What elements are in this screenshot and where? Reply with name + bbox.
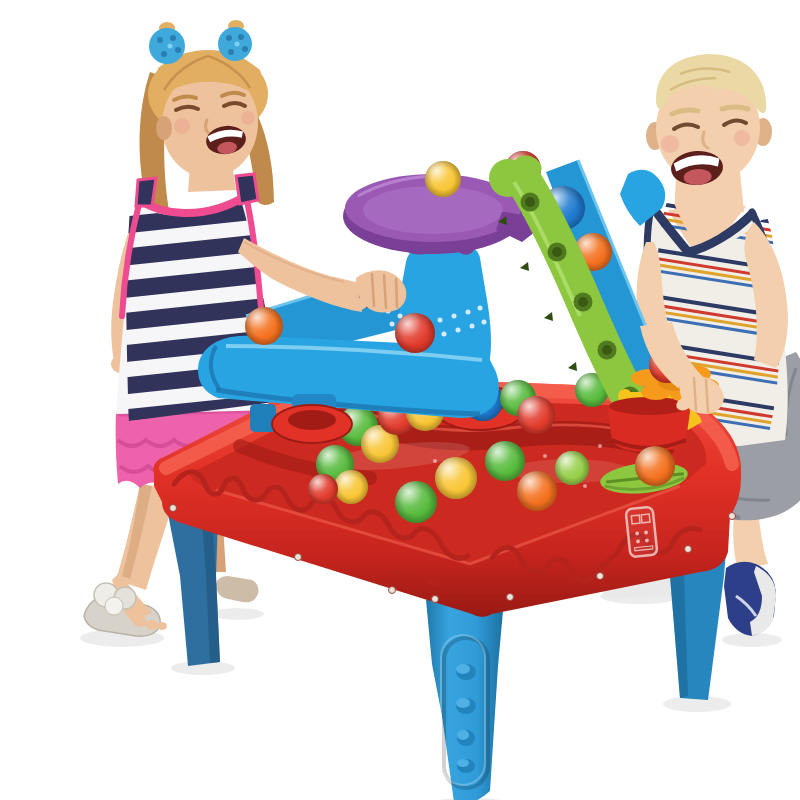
ball-green	[395, 481, 437, 523]
step2-logo-emblem	[626, 507, 658, 558]
girl-scrunchie-left	[149, 28, 185, 64]
ball-yellow	[435, 457, 477, 499]
ball-orange	[517, 471, 557, 511]
ball-yellow	[425, 161, 461, 197]
ball-red	[395, 313, 435, 353]
ball-orange	[245, 307, 283, 345]
ball-orange	[635, 446, 675, 486]
ball-lime	[555, 451, 589, 485]
ball-red	[308, 474, 338, 504]
ball-green	[485, 441, 525, 481]
product-photo: Product photo: two laughing toddlers pla…	[40, 16, 800, 800]
ball-red	[517, 396, 555, 434]
photo-canvas	[40, 16, 800, 800]
girl-scrunchie-right	[218, 27, 252, 61]
ball-yellow	[334, 470, 368, 504]
